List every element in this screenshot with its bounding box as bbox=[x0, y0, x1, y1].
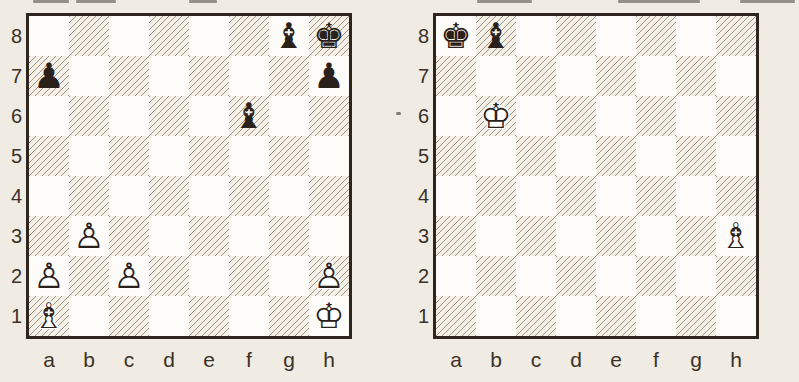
square-d7 bbox=[149, 56, 189, 96]
square-e8 bbox=[596, 16, 636, 56]
file-label-h: h bbox=[716, 344, 756, 376]
square-d1 bbox=[149, 296, 189, 336]
stray-ink-dot bbox=[396, 112, 401, 115]
rank-label-4: 4 bbox=[409, 176, 429, 216]
square-f3 bbox=[229, 216, 269, 256]
rank-label-8: 8 bbox=[409, 16, 429, 56]
square-h6 bbox=[716, 96, 756, 136]
square-c1 bbox=[516, 296, 556, 336]
file-label-a: a bbox=[29, 344, 69, 376]
square-g4 bbox=[676, 176, 716, 216]
square-d5 bbox=[556, 136, 596, 176]
square-b1 bbox=[476, 296, 516, 336]
black-bishop-piece: ♝ bbox=[476, 16, 516, 56]
square-a2 bbox=[436, 256, 476, 296]
square-h7 bbox=[716, 56, 756, 96]
square-d2 bbox=[149, 256, 189, 296]
square-b7 bbox=[476, 56, 516, 96]
rank-label-1: 1 bbox=[2, 296, 22, 336]
chess-board: ♝♚♟♟♝♟♙♟♙♟♙♟♙♝♗♚♔ bbox=[26, 13, 352, 339]
square-e6 bbox=[189, 96, 229, 136]
square-a1: ♝♗ bbox=[29, 296, 69, 336]
square-b8: ♝ bbox=[476, 16, 516, 56]
square-h4 bbox=[716, 176, 756, 216]
white-king-piece: ♚♔ bbox=[476, 96, 516, 136]
square-c8 bbox=[109, 16, 149, 56]
square-c7 bbox=[109, 56, 149, 96]
rank-label-6: 6 bbox=[409, 96, 429, 136]
square-f8 bbox=[636, 16, 676, 56]
black-king-piece: ♚ bbox=[309, 16, 349, 56]
rank-label-8: 8 bbox=[2, 16, 22, 56]
square-c6 bbox=[516, 96, 556, 136]
square-h1 bbox=[716, 296, 756, 336]
square-g3 bbox=[676, 216, 716, 256]
square-e1 bbox=[189, 296, 229, 336]
rank-label-7: 7 bbox=[2, 56, 22, 96]
rank-label-3: 3 bbox=[2, 216, 22, 256]
square-g1 bbox=[676, 296, 716, 336]
square-b3: ♟♙ bbox=[69, 216, 109, 256]
square-b1 bbox=[69, 296, 109, 336]
square-d1 bbox=[556, 296, 596, 336]
square-c5 bbox=[516, 136, 556, 176]
square-g8 bbox=[676, 16, 716, 56]
square-f1 bbox=[636, 296, 676, 336]
square-d8 bbox=[556, 16, 596, 56]
file-label-d: d bbox=[149, 344, 189, 376]
rank-labels: 87654321 bbox=[409, 16, 429, 336]
square-g5 bbox=[676, 136, 716, 176]
square-b6: ♚♔ bbox=[476, 96, 516, 136]
square-g2 bbox=[269, 256, 309, 296]
rank-label-2: 2 bbox=[409, 256, 429, 296]
square-e8 bbox=[189, 16, 229, 56]
white-king-piece: ♚♔ bbox=[309, 296, 349, 336]
square-a1 bbox=[436, 296, 476, 336]
white-pawn-piece: ♟♙ bbox=[29, 256, 69, 296]
square-h8: ♚ bbox=[309, 16, 349, 56]
page-crop-mark bbox=[618, 0, 700, 3]
square-h2: ♟♙ bbox=[309, 256, 349, 296]
square-h3: ♝♗ bbox=[716, 216, 756, 256]
square-b5 bbox=[476, 136, 516, 176]
square-g7 bbox=[269, 56, 309, 96]
black-pawn-piece: ♟ bbox=[29, 56, 69, 96]
square-f6 bbox=[636, 96, 676, 136]
square-b6 bbox=[69, 96, 109, 136]
square-h6 bbox=[309, 96, 349, 136]
square-b2 bbox=[476, 256, 516, 296]
square-e4 bbox=[596, 176, 636, 216]
square-b3 bbox=[476, 216, 516, 256]
square-h8 bbox=[716, 16, 756, 56]
file-label-h: h bbox=[309, 344, 349, 376]
square-e7 bbox=[189, 56, 229, 96]
square-f2 bbox=[636, 256, 676, 296]
square-f2 bbox=[229, 256, 269, 296]
file-label-e: e bbox=[189, 344, 229, 376]
rank-label-6: 6 bbox=[2, 96, 22, 136]
square-h4 bbox=[309, 176, 349, 216]
square-c1 bbox=[109, 296, 149, 336]
square-d8 bbox=[149, 16, 189, 56]
square-e5 bbox=[596, 136, 636, 176]
black-bishop-piece: ♝ bbox=[229, 96, 269, 136]
white-bishop-piece: ♝♗ bbox=[29, 296, 69, 336]
square-b2 bbox=[69, 256, 109, 296]
scanned-page: 87654321 ♝♚♟♟♝♟♙♟♙♟♙♟♙♝♗♚♔ abcdefgh 8765… bbox=[0, 0, 799, 382]
square-b8 bbox=[69, 16, 109, 56]
white-pawn-piece: ♟♙ bbox=[109, 256, 149, 296]
square-f5 bbox=[229, 136, 269, 176]
square-h1: ♚♔ bbox=[309, 296, 349, 336]
square-b4 bbox=[69, 176, 109, 216]
black-bishop-piece: ♝ bbox=[269, 16, 309, 56]
square-c2: ♟♙ bbox=[109, 256, 149, 296]
square-f7 bbox=[636, 56, 676, 96]
square-c4 bbox=[109, 176, 149, 216]
rank-label-4: 4 bbox=[2, 176, 22, 216]
file-label-f: f bbox=[229, 344, 269, 376]
square-d3 bbox=[149, 216, 189, 256]
square-f6: ♝ bbox=[229, 96, 269, 136]
square-c5 bbox=[109, 136, 149, 176]
page-crop-mark bbox=[189, 0, 217, 3]
square-e4 bbox=[189, 176, 229, 216]
square-e7 bbox=[596, 56, 636, 96]
square-a8: ♚ bbox=[436, 16, 476, 56]
square-c3 bbox=[516, 216, 556, 256]
square-f7 bbox=[229, 56, 269, 96]
page-crop-mark bbox=[477, 0, 532, 3]
black-pawn-piece: ♟ bbox=[309, 56, 349, 96]
square-f8 bbox=[229, 16, 269, 56]
square-e5 bbox=[189, 136, 229, 176]
page-crop-mark bbox=[740, 0, 795, 3]
square-g6 bbox=[269, 96, 309, 136]
file-label-f: f bbox=[636, 344, 676, 376]
square-c2 bbox=[516, 256, 556, 296]
file-labels: abcdefgh bbox=[29, 344, 349, 376]
square-c7 bbox=[516, 56, 556, 96]
square-h3 bbox=[309, 216, 349, 256]
square-a7: ♟ bbox=[29, 56, 69, 96]
square-f3 bbox=[636, 216, 676, 256]
square-f4 bbox=[636, 176, 676, 216]
square-d2 bbox=[556, 256, 596, 296]
square-a5 bbox=[436, 136, 476, 176]
square-e2 bbox=[189, 256, 229, 296]
square-e3 bbox=[189, 216, 229, 256]
square-h2 bbox=[716, 256, 756, 296]
square-c3 bbox=[109, 216, 149, 256]
square-g3 bbox=[269, 216, 309, 256]
white-pawn-piece: ♟♙ bbox=[309, 256, 349, 296]
square-h5 bbox=[716, 136, 756, 176]
square-b7 bbox=[69, 56, 109, 96]
square-d6 bbox=[556, 96, 596, 136]
square-g8: ♝ bbox=[269, 16, 309, 56]
white-bishop-piece: ♝♗ bbox=[716, 216, 756, 256]
file-label-g: g bbox=[676, 344, 716, 376]
square-a8 bbox=[29, 16, 69, 56]
square-a4 bbox=[436, 176, 476, 216]
square-f4 bbox=[229, 176, 269, 216]
square-d7 bbox=[556, 56, 596, 96]
square-a3 bbox=[436, 216, 476, 256]
chess-board: ♚♝♚♔♝♗ bbox=[433, 13, 759, 339]
square-c8 bbox=[516, 16, 556, 56]
square-a7 bbox=[436, 56, 476, 96]
rank-label-3: 3 bbox=[409, 216, 429, 256]
square-g2 bbox=[676, 256, 716, 296]
file-label-b: b bbox=[476, 344, 516, 376]
white-pawn-piece: ♟♙ bbox=[69, 216, 109, 256]
page-crop-mark bbox=[76, 0, 116, 3]
file-labels: abcdefgh bbox=[436, 344, 756, 376]
file-label-c: c bbox=[516, 344, 556, 376]
square-h7: ♟ bbox=[309, 56, 349, 96]
square-a5 bbox=[29, 136, 69, 176]
square-a2: ♟♙ bbox=[29, 256, 69, 296]
square-e3 bbox=[596, 216, 636, 256]
square-g7 bbox=[676, 56, 716, 96]
square-f1 bbox=[229, 296, 269, 336]
square-g5 bbox=[269, 136, 309, 176]
page-crop-mark bbox=[33, 0, 69, 3]
square-b4 bbox=[476, 176, 516, 216]
square-h5 bbox=[309, 136, 349, 176]
square-a4 bbox=[29, 176, 69, 216]
square-e1 bbox=[596, 296, 636, 336]
rank-labels: 87654321 bbox=[2, 16, 22, 336]
file-label-d: d bbox=[556, 344, 596, 376]
file-label-a: a bbox=[436, 344, 476, 376]
square-a6 bbox=[436, 96, 476, 136]
square-e2 bbox=[596, 256, 636, 296]
file-label-c: c bbox=[109, 344, 149, 376]
rank-label-5: 5 bbox=[2, 136, 22, 176]
square-g6 bbox=[676, 96, 716, 136]
square-c4 bbox=[516, 176, 556, 216]
square-e6 bbox=[596, 96, 636, 136]
square-f5 bbox=[636, 136, 676, 176]
square-d3 bbox=[556, 216, 596, 256]
rank-label-2: 2 bbox=[2, 256, 22, 296]
square-d5 bbox=[149, 136, 189, 176]
rank-label-1: 1 bbox=[409, 296, 429, 336]
square-a3 bbox=[29, 216, 69, 256]
file-label-b: b bbox=[69, 344, 109, 376]
black-king-piece: ♚ bbox=[436, 16, 476, 56]
file-label-e: e bbox=[596, 344, 636, 376]
rank-label-5: 5 bbox=[409, 136, 429, 176]
file-label-g: g bbox=[269, 344, 309, 376]
square-d6 bbox=[149, 96, 189, 136]
square-d4 bbox=[149, 176, 189, 216]
rank-label-7: 7 bbox=[409, 56, 429, 96]
square-b5 bbox=[69, 136, 109, 176]
square-c6 bbox=[109, 96, 149, 136]
square-d4 bbox=[556, 176, 596, 216]
square-g4 bbox=[269, 176, 309, 216]
square-g1 bbox=[269, 296, 309, 336]
square-a6 bbox=[29, 96, 69, 136]
